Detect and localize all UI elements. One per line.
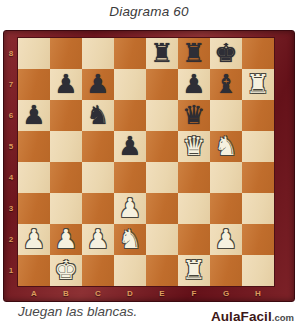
- white-rook-f1: ♜: [182, 257, 205, 285]
- rank-label-1: 1: [4, 255, 18, 286]
- square-c8[interactable]: [82, 38, 114, 69]
- square-e3[interactable]: [146, 193, 178, 224]
- black-pawn-c7: ♟: [86, 71, 109, 99]
- square-d4[interactable]: [114, 162, 146, 193]
- rank-label-8: 8: [4, 38, 18, 69]
- square-h1[interactable]: [242, 255, 274, 286]
- square-g4[interactable]: [210, 162, 242, 193]
- square-c5[interactable]: [82, 131, 114, 162]
- square-e5[interactable]: [146, 131, 178, 162]
- square-f3[interactable]: [178, 193, 210, 224]
- rank-label-6: 6: [4, 100, 18, 131]
- square-b6[interactable]: [50, 100, 82, 131]
- square-f5[interactable]: ♛: [178, 131, 210, 162]
- square-f2[interactable]: [178, 224, 210, 255]
- square-f7[interactable]: ♟: [178, 69, 210, 100]
- file-label-b: B: [50, 287, 82, 300]
- square-b3[interactable]: [50, 193, 82, 224]
- file-labels: ABCDEFGH: [18, 287, 274, 300]
- square-a5[interactable]: [18, 131, 50, 162]
- black-knight-c6: ♞: [86, 102, 109, 130]
- file-label-h: H: [242, 287, 274, 300]
- white-pawn-g2: ♟: [214, 226, 237, 254]
- square-d6[interactable]: [114, 100, 146, 131]
- black-rook-f8: ♜: [182, 40, 205, 68]
- square-d1[interactable]: [114, 255, 146, 286]
- square-c1[interactable]: [82, 255, 114, 286]
- square-h7[interactable]: ♜: [242, 69, 274, 100]
- square-e8[interactable]: ♜: [146, 38, 178, 69]
- square-b5[interactable]: [50, 131, 82, 162]
- square-g2[interactable]: ♟: [210, 224, 242, 255]
- square-a6[interactable]: ♟: [18, 100, 50, 131]
- black-king-g8: ♚: [214, 40, 237, 68]
- square-a7[interactable]: [18, 69, 50, 100]
- square-h8[interactable]: [242, 38, 274, 69]
- square-h3[interactable]: [242, 193, 274, 224]
- square-g8[interactable]: ♚: [210, 38, 242, 69]
- file-label-c: C: [82, 287, 114, 300]
- square-d3[interactable]: ♟: [114, 193, 146, 224]
- white-rook-h7: ♜: [246, 71, 269, 99]
- rank-label-4: 4: [4, 162, 18, 193]
- square-e6[interactable]: [146, 100, 178, 131]
- black-queen-f6: ♛: [182, 102, 205, 130]
- chess-board-frame: 87654321 ♜♜♚♟♟♟♝♜♟♞♛♟♛♞♟♟♟♟♞♟♚♜ ABCDEFGH: [3, 30, 295, 302]
- square-f8[interactable]: ♜: [178, 38, 210, 69]
- white-pawn-a2: ♟: [22, 226, 45, 254]
- file-label-f: F: [178, 287, 210, 300]
- square-a8[interactable]: [18, 38, 50, 69]
- rank-label-2: 2: [4, 224, 18, 255]
- white-king-b1: ♚: [54, 257, 77, 285]
- square-f6[interactable]: ♛: [178, 100, 210, 131]
- white-knight-g5: ♞: [214, 133, 237, 161]
- square-b2[interactable]: ♟: [50, 224, 82, 255]
- white-pawn-d3: ♟: [118, 195, 141, 223]
- square-g6[interactable]: [210, 100, 242, 131]
- black-rook-e8: ♜: [150, 40, 173, 68]
- square-d7[interactable]: [114, 69, 146, 100]
- square-c2[interactable]: ♟: [82, 224, 114, 255]
- file-label-g: G: [210, 287, 242, 300]
- square-f4[interactable]: [178, 162, 210, 193]
- square-h4[interactable]: [242, 162, 274, 193]
- rank-label-7: 7: [4, 69, 18, 100]
- square-b4[interactable]: [50, 162, 82, 193]
- white-queen-f5: ♛: [182, 133, 205, 161]
- rank-label-5: 5: [4, 131, 18, 162]
- square-e2[interactable]: [146, 224, 178, 255]
- aulafacil-logo[interactable]: AulaFacil.com: [211, 307, 294, 325]
- rank-labels: 87654321: [4, 38, 18, 286]
- square-c6[interactable]: ♞: [82, 100, 114, 131]
- square-c7[interactable]: ♟: [82, 69, 114, 100]
- square-d2[interactable]: ♞: [114, 224, 146, 255]
- board: ♜♜♚♟♟♟♝♜♟♞♛♟♛♞♟♟♟♟♞♟♚♜: [18, 38, 274, 286]
- square-c4[interactable]: [82, 162, 114, 193]
- square-a3[interactable]: [18, 193, 50, 224]
- square-c3[interactable]: [82, 193, 114, 224]
- square-d5[interactable]: ♟: [114, 131, 146, 162]
- black-bishop-g7: ♝: [214, 71, 237, 99]
- square-a2[interactable]: ♟: [18, 224, 50, 255]
- square-h6[interactable]: [242, 100, 274, 131]
- black-pawn-b7: ♟: [54, 71, 77, 99]
- square-b1[interactable]: ♚: [50, 255, 82, 286]
- square-a1[interactable]: [18, 255, 50, 286]
- square-g5[interactable]: ♞: [210, 131, 242, 162]
- square-a4[interactable]: [18, 162, 50, 193]
- square-b8[interactable]: [50, 38, 82, 69]
- square-d8[interactable]: [114, 38, 146, 69]
- move-indicator-caption: Juegan las blancas.: [18, 304, 137, 319]
- black-pawn-d5: ♟: [118, 133, 141, 161]
- square-g7[interactable]: ♝: [210, 69, 242, 100]
- file-label-d: D: [114, 287, 146, 300]
- square-e4[interactable]: [146, 162, 178, 193]
- white-knight-d2: ♞: [118, 226, 141, 254]
- square-f1[interactable]: ♜: [178, 255, 210, 286]
- white-pawn-b2: ♟: [54, 226, 77, 254]
- square-g3[interactable]: [210, 193, 242, 224]
- black-pawn-a6: ♟: [22, 102, 45, 130]
- file-label-e: E: [146, 287, 178, 300]
- brand-name: AulaFacil: [211, 309, 272, 324]
- square-h5[interactable]: [242, 131, 274, 162]
- black-pawn-f7: ♟: [182, 71, 205, 99]
- square-e7[interactable]: [146, 69, 178, 100]
- page-title: Diagrama 60: [0, 0, 298, 19]
- square-b7[interactable]: ♟: [50, 69, 82, 100]
- rank-label-3: 3: [4, 193, 18, 224]
- brand-tld: .com: [272, 312, 294, 323]
- square-e1[interactable]: [146, 255, 178, 286]
- file-label-a: A: [18, 287, 50, 300]
- square-g1[interactable]: [210, 255, 242, 286]
- square-h2[interactable]: [242, 224, 274, 255]
- white-pawn-c2: ♟: [86, 226, 109, 254]
